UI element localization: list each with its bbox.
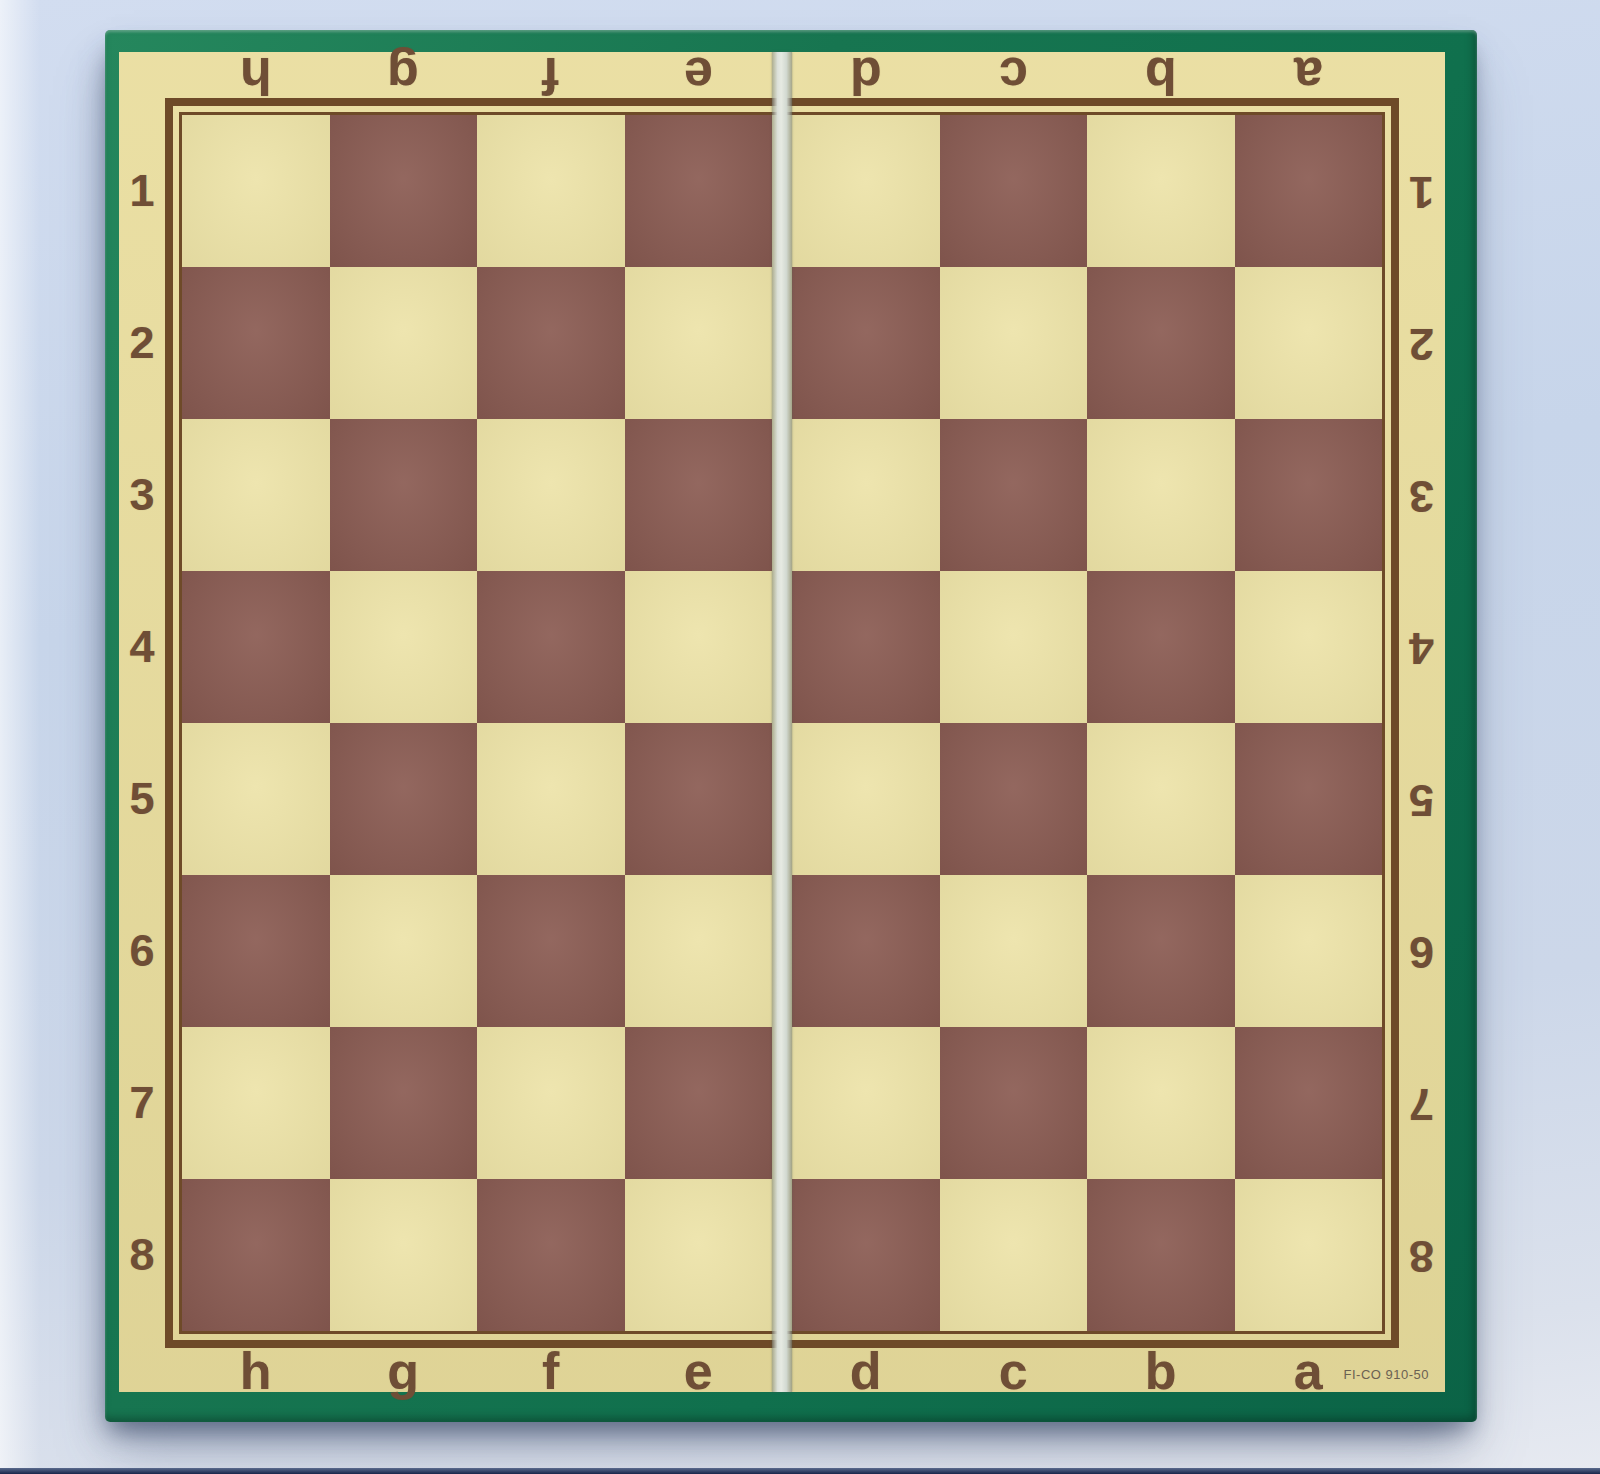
square-h1[interactable] xyxy=(182,115,330,267)
square-e3[interactable] xyxy=(625,419,773,571)
square-b3[interactable] xyxy=(1087,419,1235,571)
square-g4[interactable] xyxy=(330,571,478,723)
rank-label-left-5: 5 xyxy=(129,779,154,820)
file-label-bottom-f: f xyxy=(542,1348,559,1395)
square-d1[interactable] xyxy=(792,115,940,267)
square-a2[interactable] xyxy=(1235,267,1383,419)
file-label-bottom-d: d xyxy=(850,1348,882,1395)
square-f2[interactable] xyxy=(477,267,625,419)
file-label-bottom-cell: g xyxy=(330,1348,478,1395)
square-c2[interactable] xyxy=(940,267,1088,419)
rank-label-left-cell: 6 xyxy=(119,875,165,1027)
square-b2[interactable] xyxy=(1087,267,1235,419)
square-f5[interactable] xyxy=(477,723,625,875)
rank-label-left-6: 6 xyxy=(129,931,154,972)
photo-background: hgfedcba hgfedcba 12345678 12345678 FI-C… xyxy=(0,0,1600,1474)
file-label-bottom-cell: f xyxy=(477,1348,625,1395)
file-label-top-a: a xyxy=(1294,52,1323,99)
file-label-top-b: b xyxy=(1145,52,1177,99)
square-e1[interactable] xyxy=(625,115,773,267)
square-g6[interactable] xyxy=(330,875,478,1027)
file-label-bottom-cell: e xyxy=(625,1348,773,1395)
square-h2[interactable] xyxy=(182,267,330,419)
rank-label-right-5: 5 xyxy=(1409,779,1434,820)
rank-label-left-cell: 8 xyxy=(119,1179,165,1331)
square-a7[interactable] xyxy=(1235,1027,1383,1179)
file-label-bottom-e: e xyxy=(684,1348,713,1395)
rank-label-left-1: 1 xyxy=(129,171,154,212)
file-label-bottom-a: a xyxy=(1294,1348,1323,1395)
photo-bottom-edge xyxy=(0,1468,1600,1474)
square-b4[interactable] xyxy=(1087,571,1235,723)
file-labels-bottom: hgfedcba xyxy=(182,1348,1382,1392)
rank-label-right-cell: 1 xyxy=(1399,115,1445,267)
rank-label-right-cell: 6 xyxy=(1399,875,1445,1027)
rank-label-right-3: 3 xyxy=(1409,475,1434,516)
file-label-bottom-cell: b xyxy=(1087,1348,1235,1395)
square-b6[interactable] xyxy=(1087,875,1235,1027)
file-labels-top: hgfedcba xyxy=(182,52,1382,98)
square-g2[interactable] xyxy=(330,267,478,419)
square-c8[interactable] xyxy=(940,1179,1088,1331)
rank-label-right-4: 4 xyxy=(1409,627,1434,668)
square-a3[interactable] xyxy=(1235,419,1383,571)
rank-label-left-2: 2 xyxy=(129,323,154,364)
square-h4[interactable] xyxy=(182,571,330,723)
square-f7[interactable] xyxy=(477,1027,625,1179)
file-label-bottom-c: c xyxy=(999,1348,1028,1395)
rank-label-right-cell: 7 xyxy=(1399,1027,1445,1179)
file-label-top-cell: a xyxy=(1235,52,1383,100)
square-f1[interactable] xyxy=(477,115,625,267)
square-e8[interactable] xyxy=(625,1179,773,1331)
square-a5[interactable] xyxy=(1235,723,1383,875)
rank-label-right-cell: 4 xyxy=(1399,571,1445,723)
rank-label-left-cell: 3 xyxy=(119,419,165,571)
square-c1[interactable] xyxy=(940,115,1088,267)
square-h5[interactable] xyxy=(182,723,330,875)
square-c4[interactable] xyxy=(940,571,1088,723)
file-label-top-cell: h xyxy=(182,52,330,100)
rank-label-left-cell: 4 xyxy=(119,571,165,723)
rank-label-right-1: 1 xyxy=(1409,171,1434,212)
file-label-top-cell: f xyxy=(477,52,625,100)
file-label-top-g: g xyxy=(387,52,419,99)
square-a1[interactable] xyxy=(1235,115,1383,267)
square-c3[interactable] xyxy=(940,419,1088,571)
square-b1[interactable] xyxy=(1087,115,1235,267)
square-a4[interactable] xyxy=(1235,571,1383,723)
square-g1[interactable] xyxy=(330,115,478,267)
file-label-top-cell: e xyxy=(625,52,773,100)
square-d7[interactable] xyxy=(792,1027,940,1179)
square-e7[interactable] xyxy=(625,1027,773,1179)
rank-label-right-cell: 8 xyxy=(1399,1179,1445,1331)
square-c6[interactable] xyxy=(940,875,1088,1027)
rank-label-right-cell: 5 xyxy=(1399,723,1445,875)
square-d4[interactable] xyxy=(792,571,940,723)
file-label-bottom-h: h xyxy=(240,1348,272,1395)
square-d6[interactable] xyxy=(792,875,940,1027)
rank-label-right-2: 2 xyxy=(1409,323,1434,364)
rank-label-left-cell: 1 xyxy=(119,115,165,267)
chess-board: hgfedcba hgfedcba 12345678 12345678 FI-C… xyxy=(105,30,1477,1422)
file-label-bottom-cell: d xyxy=(792,1348,940,1395)
square-g3[interactable] xyxy=(330,419,478,571)
file-label-bottom-b: b xyxy=(1145,1348,1177,1395)
square-e5[interactable] xyxy=(625,723,773,875)
square-d3[interactable] xyxy=(792,419,940,571)
square-g7[interactable] xyxy=(330,1027,478,1179)
rank-label-left-cell: 2 xyxy=(119,267,165,419)
square-d2[interactable] xyxy=(792,267,940,419)
square-c5[interactable] xyxy=(940,723,1088,875)
square-a6[interactable] xyxy=(1235,875,1383,1027)
rank-labels-right: 12345678 xyxy=(1399,115,1445,1331)
square-h8[interactable] xyxy=(182,1179,330,1331)
file-label-top-cell: g xyxy=(330,52,478,100)
file-label-bottom-g: g xyxy=(387,1348,419,1395)
square-h3[interactable] xyxy=(182,419,330,571)
square-b8[interactable] xyxy=(1087,1179,1235,1331)
file-label-top-cell: b xyxy=(1087,52,1235,100)
square-e2[interactable] xyxy=(625,267,773,419)
square-e6[interactable] xyxy=(625,875,773,1027)
file-label-top-cell: c xyxy=(940,52,1088,100)
square-e4[interactable] xyxy=(625,571,773,723)
rank-label-left-7: 7 xyxy=(129,1083,154,1124)
square-c7[interactable] xyxy=(940,1027,1088,1179)
square-h7[interactable] xyxy=(182,1027,330,1179)
rank-label-right-cell: 3 xyxy=(1399,419,1445,571)
rank-label-left-cell: 7 xyxy=(119,1027,165,1179)
file-label-top-d: d xyxy=(850,52,882,99)
square-g5[interactable] xyxy=(330,723,478,875)
square-f4[interactable] xyxy=(477,571,625,723)
rank-label-left-8: 8 xyxy=(129,1235,154,1276)
square-f6[interactable] xyxy=(477,875,625,1027)
square-d5[interactable] xyxy=(792,723,940,875)
rank-label-right-6: 6 xyxy=(1409,931,1434,972)
square-b5[interactable] xyxy=(1087,723,1235,875)
rank-label-right-cell: 2 xyxy=(1399,267,1445,419)
rank-label-right-7: 7 xyxy=(1409,1083,1434,1124)
square-d8[interactable] xyxy=(792,1179,940,1331)
rank-label-left-cell: 5 xyxy=(119,723,165,875)
file-label-bottom-cell: c xyxy=(940,1348,1088,1395)
rank-labels-left: 12345678 xyxy=(119,115,165,1331)
file-label-top-e: e xyxy=(684,52,713,99)
square-f3[interactable] xyxy=(477,419,625,571)
rank-label-left-4: 4 xyxy=(129,627,154,668)
board-fold-crease xyxy=(772,52,792,1392)
file-label-top-f: f xyxy=(542,52,559,99)
file-label-top-h: h xyxy=(240,52,272,99)
board-paper: hgfedcba hgfedcba 12345678 12345678 FI-C… xyxy=(119,52,1445,1392)
square-g8[interactable] xyxy=(330,1179,478,1331)
square-f8[interactable] xyxy=(477,1179,625,1331)
file-label-top-c: c xyxy=(999,52,1028,99)
square-b7[interactable] xyxy=(1087,1027,1235,1179)
product-code: FI-CO 910-50 xyxy=(1344,1367,1429,1382)
square-a8[interactable] xyxy=(1235,1179,1383,1331)
square-h6[interactable] xyxy=(182,875,330,1027)
rank-label-right-8: 8 xyxy=(1409,1235,1434,1276)
file-label-top-cell: d xyxy=(792,52,940,100)
file-label-bottom-cell: h xyxy=(182,1348,330,1395)
rank-label-left-3: 3 xyxy=(129,475,154,516)
